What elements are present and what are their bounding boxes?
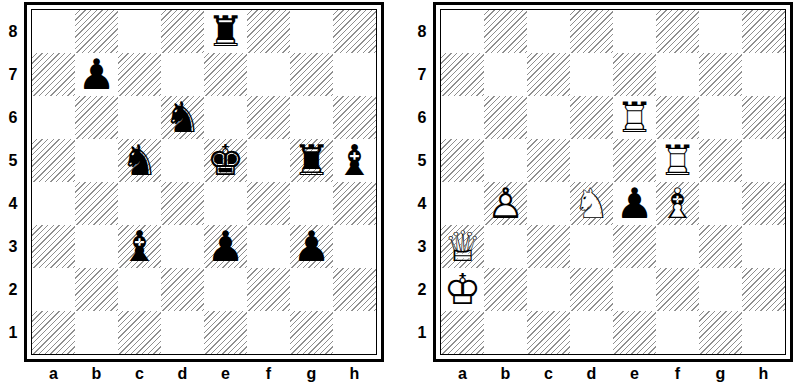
square-b3	[75, 225, 118, 268]
square-a3	[32, 225, 75, 268]
square-a3: ♛♕	[441, 225, 484, 268]
square-e8: ♜	[204, 10, 247, 53]
rank-label-8: 8	[411, 10, 433, 53]
black-bishop-glyph: ♝	[333, 139, 376, 182]
white-king-outline: ♔	[441, 268, 484, 311]
square-d3	[570, 225, 613, 268]
rank-labels: 87654321	[411, 2, 433, 362]
square-e2	[204, 268, 247, 311]
square-b2	[75, 268, 118, 311]
square-e1	[613, 311, 656, 354]
square-e1	[204, 311, 247, 354]
black-knight-glyph: ♞	[161, 96, 204, 139]
square-c3: ♝	[118, 225, 161, 268]
square-e8	[613, 10, 656, 53]
rank-label-8: 8	[2, 10, 24, 53]
rank-label-5: 5	[411, 139, 433, 182]
square-g2	[699, 268, 742, 311]
square-h4	[742, 182, 785, 225]
file-label-a: a	[441, 365, 484, 389]
square-d8	[570, 10, 613, 53]
piece-black-knight-d6: ♞	[161, 96, 204, 139]
square-f6	[656, 96, 699, 139]
square-e6: ♜♖	[613, 96, 656, 139]
square-g8	[290, 10, 333, 53]
square-d1	[161, 311, 204, 354]
square-c7	[118, 53, 161, 96]
black-pawn-glyph: ♟	[290, 225, 333, 268]
square-g1	[290, 311, 333, 354]
square-d5	[570, 139, 613, 182]
square-b1	[75, 311, 118, 354]
square-h4	[333, 182, 376, 225]
file-label-g: g	[699, 365, 742, 389]
square-f7	[247, 53, 290, 96]
square-b5	[484, 139, 527, 182]
square-b8	[75, 10, 118, 53]
left-chess-diagram: 87654321♜♟♞♞♚♜♝♝♟♟abcdefgh	[2, 2, 384, 389]
square-f5	[247, 139, 290, 182]
file-label-b: b	[484, 365, 527, 389]
square-d3	[161, 225, 204, 268]
square-h2	[742, 268, 785, 311]
square-f8	[247, 10, 290, 53]
file-label-d: d	[161, 365, 204, 389]
rank-label-2: 2	[411, 268, 433, 311]
file-label-c: c	[527, 365, 570, 389]
file-label-e: e	[204, 365, 247, 389]
square-a7	[32, 53, 75, 96]
square-d1	[570, 311, 613, 354]
square-g5: ♜	[290, 139, 333, 182]
piece-white-king-a2: ♚♔	[441, 268, 484, 311]
square-f2	[247, 268, 290, 311]
square-e7	[204, 53, 247, 96]
square-h3	[742, 225, 785, 268]
piece-black-pawn-e3: ♟	[204, 225, 247, 268]
square-c2	[527, 268, 570, 311]
file-label-c: c	[118, 365, 161, 389]
board-with-rank-labels: 87654321♜♟♞♞♚♜♝♝♟♟	[2, 2, 384, 362]
piece-white-rook-f5: ♜♖	[656, 139, 699, 182]
black-pawn-glyph: ♟	[75, 53, 118, 96]
file-label-b: b	[75, 365, 118, 389]
square-h8	[333, 10, 376, 53]
board-grid: ♜♖♜♖♟♙♞♘♟♝♗♛♕♚♔	[441, 10, 785, 354]
board-inner-border: ♜♟♞♞♚♜♝♝♟♟	[31, 9, 377, 355]
file-label-h: h	[333, 365, 376, 389]
square-h1	[742, 311, 785, 354]
piece-black-knight-c5: ♞	[118, 139, 161, 182]
board-grid: ♜♟♞♞♚♜♝♝♟♟	[32, 10, 376, 354]
square-h7	[742, 53, 785, 96]
piece-black-pawn-g3: ♟	[290, 225, 333, 268]
square-a2: ♚♔	[441, 268, 484, 311]
file-label-h: h	[742, 365, 785, 389]
square-a1	[441, 311, 484, 354]
piece-black-rook-e8: ♜	[204, 10, 247, 53]
square-f5: ♜♖	[656, 139, 699, 182]
rank-label-1: 1	[2, 311, 24, 354]
square-g3: ♟	[290, 225, 333, 268]
file-label-e: e	[613, 365, 656, 389]
piece-white-rook-e6: ♜♖	[613, 96, 656, 139]
square-e7	[613, 53, 656, 96]
square-h7	[333, 53, 376, 96]
page: { "game": "chess", "description": "Two c…	[0, 0, 800, 389]
rank-label-6: 6	[2, 96, 24, 139]
square-h1	[333, 311, 376, 354]
square-e4	[204, 182, 247, 225]
square-d8	[161, 10, 204, 53]
square-e2	[613, 268, 656, 311]
square-b8	[484, 10, 527, 53]
square-b6	[75, 96, 118, 139]
square-h6	[742, 96, 785, 139]
rank-label-6: 6	[411, 96, 433, 139]
rank-label-7: 7	[2, 53, 24, 96]
black-pawn-glyph: ♟	[204, 225, 247, 268]
square-a6	[32, 96, 75, 139]
rank-label-2: 2	[2, 268, 24, 311]
board-with-rank-labels: 87654321♜♖♜♖♟♙♞♘♟♝♗♛♕♚♔	[411, 2, 793, 362]
rank-label-4: 4	[2, 182, 24, 225]
black-king-glyph: ♚	[204, 139, 247, 182]
square-c4	[527, 182, 570, 225]
board-inner-border: ♜♖♜♖♟♙♞♘♟♝♗♛♕♚♔	[440, 9, 786, 355]
file-label-a: a	[32, 365, 75, 389]
square-f4	[247, 182, 290, 225]
square-f1	[247, 311, 290, 354]
square-d5	[161, 139, 204, 182]
square-c7	[527, 53, 570, 96]
square-b4: ♟♙	[484, 182, 527, 225]
right-chess-diagram: 87654321♜♖♜♖♟♙♞♘♟♝♗♛♕♚♔abcdefgh	[411, 2, 793, 389]
square-a5	[32, 139, 75, 182]
square-d7	[570, 53, 613, 96]
black-pawn-glyph: ♟	[613, 182, 656, 225]
square-c5	[527, 139, 570, 182]
square-g8	[699, 10, 742, 53]
square-a8	[32, 10, 75, 53]
square-a8	[441, 10, 484, 53]
piece-black-rook-g5: ♜	[290, 139, 333, 182]
square-a1	[32, 311, 75, 354]
rank-label-3: 3	[2, 225, 24, 268]
square-c6	[527, 96, 570, 139]
square-e6	[204, 96, 247, 139]
black-rook-glyph: ♜	[204, 10, 247, 53]
white-rook-outline: ♖	[656, 139, 699, 182]
file-label-f: f	[247, 365, 290, 389]
white-queen-outline: ♕	[441, 225, 484, 268]
square-f7	[656, 53, 699, 96]
piece-black-pawn-b7: ♟	[75, 53, 118, 96]
square-c1	[118, 311, 161, 354]
square-g5	[699, 139, 742, 182]
square-e3	[613, 225, 656, 268]
black-rook-glyph: ♜	[290, 139, 333, 182]
square-a6	[441, 96, 484, 139]
rank-labels: 87654321	[2, 2, 24, 362]
square-a4	[32, 182, 75, 225]
white-bishop-outline: ♗	[656, 182, 699, 225]
file-label-f: f	[656, 365, 699, 389]
square-f1	[656, 311, 699, 354]
board-frame: ♜♖♜♖♟♙♞♘♟♝♗♛♕♚♔	[433, 2, 793, 362]
square-h6	[333, 96, 376, 139]
square-f4: ♝♗	[656, 182, 699, 225]
file-labels: abcdefgh	[441, 365, 793, 389]
rank-label-4: 4	[411, 182, 433, 225]
file-label-g: g	[290, 365, 333, 389]
white-pawn-outline: ♙	[484, 182, 527, 225]
square-g3	[699, 225, 742, 268]
square-f6	[247, 96, 290, 139]
square-c2	[118, 268, 161, 311]
black-knight-glyph: ♞	[118, 139, 161, 182]
board-frame: ♜♟♞♞♚♜♝♝♟♟	[24, 2, 384, 362]
piece-white-knight-d4: ♞♘	[570, 182, 613, 225]
square-d4: ♞♘	[570, 182, 613, 225]
square-d2	[161, 268, 204, 311]
rank-label-5: 5	[2, 139, 24, 182]
square-g1	[699, 311, 742, 354]
square-b6	[484, 96, 527, 139]
square-f3	[656, 225, 699, 268]
piece-black-bishop-h5: ♝	[333, 139, 376, 182]
square-d6	[570, 96, 613, 139]
piece-white-queen-a3: ♛♕	[441, 225, 484, 268]
square-b4	[75, 182, 118, 225]
square-e5	[613, 139, 656, 182]
white-rook-outline: ♖	[613, 96, 656, 139]
square-d4	[161, 182, 204, 225]
square-f3	[247, 225, 290, 268]
square-e4: ♟	[613, 182, 656, 225]
square-c8	[118, 10, 161, 53]
square-a2	[32, 268, 75, 311]
square-b3	[484, 225, 527, 268]
file-label-d: d	[570, 365, 613, 389]
square-b7: ♟	[75, 53, 118, 96]
piece-white-pawn-b4: ♟♙	[484, 182, 527, 225]
square-g7	[290, 53, 333, 96]
square-e5: ♚	[204, 139, 247, 182]
piece-black-bishop-c3: ♝	[118, 225, 161, 268]
square-h8	[742, 10, 785, 53]
square-c5: ♞	[118, 139, 161, 182]
white-knight-outline: ♘	[570, 182, 613, 225]
rank-label-1: 1	[411, 311, 433, 354]
square-c6	[118, 96, 161, 139]
square-d6: ♞	[161, 96, 204, 139]
square-b5	[75, 139, 118, 182]
rank-label-3: 3	[411, 225, 433, 268]
square-c3	[527, 225, 570, 268]
square-a5	[441, 139, 484, 182]
square-g7	[699, 53, 742, 96]
square-c4	[118, 182, 161, 225]
square-a7	[441, 53, 484, 96]
file-labels: abcdefgh	[32, 365, 384, 389]
square-d7	[161, 53, 204, 96]
square-d2	[570, 268, 613, 311]
square-h3	[333, 225, 376, 268]
square-h5	[742, 139, 785, 182]
square-g6	[290, 96, 333, 139]
piece-black-pawn-e4: ♟	[613, 182, 656, 225]
square-g2	[290, 268, 333, 311]
square-f8	[656, 10, 699, 53]
square-g4	[290, 182, 333, 225]
square-b7	[484, 53, 527, 96]
square-b2	[484, 268, 527, 311]
square-a4	[441, 182, 484, 225]
square-c1	[527, 311, 570, 354]
square-c8	[527, 10, 570, 53]
square-g6	[699, 96, 742, 139]
square-h2	[333, 268, 376, 311]
square-g4	[699, 182, 742, 225]
square-h5: ♝	[333, 139, 376, 182]
black-bishop-glyph: ♝	[118, 225, 161, 268]
square-f2	[656, 268, 699, 311]
square-e3: ♟	[204, 225, 247, 268]
piece-white-bishop-f4: ♝♗	[656, 182, 699, 225]
rank-label-7: 7	[411, 53, 433, 96]
piece-black-king-e5: ♚	[204, 139, 247, 182]
square-b1	[484, 311, 527, 354]
